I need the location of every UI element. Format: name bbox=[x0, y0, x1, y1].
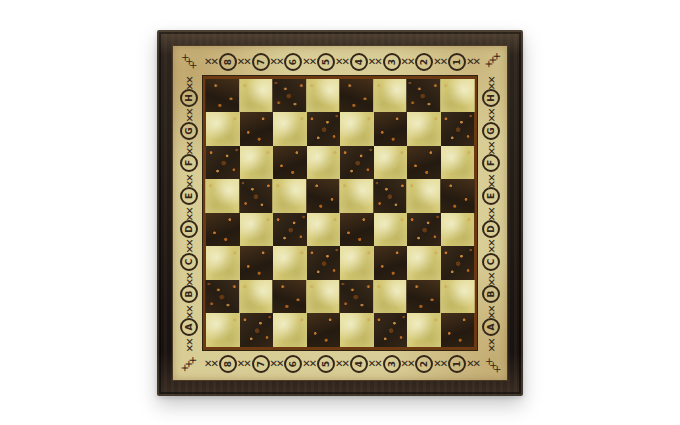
square-b8[interactable] bbox=[206, 280, 240, 314]
rank-label: 5 bbox=[317, 355, 335, 373]
knot-icon: ✕✕ bbox=[486, 75, 496, 88]
square-a7[interactable] bbox=[240, 313, 274, 347]
knot-icon: ✕✕ bbox=[466, 57, 481, 67]
rank-label: 8 bbox=[219, 53, 237, 71]
knot-icon: ✕✕ bbox=[302, 57, 317, 67]
file-label: B bbox=[482, 285, 500, 303]
square-h3[interactable] bbox=[374, 79, 408, 113]
square-h8[interactable] bbox=[206, 79, 240, 113]
rank-label: 6 bbox=[284, 355, 302, 373]
square-e2[interactable] bbox=[407, 179, 441, 213]
square-b2[interactable] bbox=[407, 280, 441, 314]
knot-icon: ✕✕ bbox=[270, 359, 285, 369]
photo-canvas: ✕✕✕ ✕✕✕ ✕✕✕ ✕✕✕ ✕✕8✕✕7✕✕6✕✕5✕✕4✕✕3✕✕2✕✕1… bbox=[0, 0, 680, 425]
knot-icon: ✕✕ bbox=[302, 359, 317, 369]
square-d7[interactable] bbox=[240, 213, 274, 247]
knot-icon: ✕✕ bbox=[184, 173, 194, 186]
square-d8[interactable] bbox=[206, 213, 240, 247]
square-c6[interactable] bbox=[273, 246, 307, 280]
inlay-border-band: ✕✕✕ ✕✕✕ ✕✕✕ ✕✕✕ ✕✕8✕✕7✕✕6✕✕5✕✕4✕✕3✕✕2✕✕1… bbox=[172, 45, 508, 381]
square-b6[interactable] bbox=[273, 280, 307, 314]
file-label: F bbox=[180, 154, 198, 172]
square-h4[interactable] bbox=[340, 79, 374, 113]
rank-labels-top: ✕✕8✕✕7✕✕6✕✕5✕✕4✕✕3✕✕2✕✕1✕✕ bbox=[203, 46, 477, 78]
square-a5[interactable] bbox=[307, 313, 341, 347]
file-label: G bbox=[180, 122, 198, 140]
knot-icon: ✕✕ bbox=[433, 57, 448, 67]
rank-label: 2 bbox=[415, 355, 433, 373]
knot-icon: ✕✕ bbox=[237, 359, 252, 369]
knot-icon: ✕✕ bbox=[401, 359, 416, 369]
rank-label: 3 bbox=[383, 355, 401, 373]
knot-icon: ✕✕ bbox=[486, 173, 496, 186]
square-a4[interactable] bbox=[340, 313, 374, 347]
knot-icon: ✕✕ bbox=[368, 359, 383, 369]
corner-knot-icon: ✕✕✕ bbox=[477, 350, 507, 380]
square-e1[interactable] bbox=[441, 179, 475, 213]
square-d3[interactable] bbox=[374, 213, 408, 247]
square-f5[interactable] bbox=[307, 146, 341, 180]
square-c2[interactable] bbox=[407, 246, 441, 280]
square-b7[interactable] bbox=[240, 280, 274, 314]
knot-icon: ✕✕ bbox=[401, 57, 416, 67]
rank-label: 2 bbox=[415, 53, 433, 71]
rank-label: 7 bbox=[252, 355, 270, 373]
square-d6[interactable] bbox=[273, 213, 307, 247]
file-label: H bbox=[180, 89, 198, 107]
square-d5[interactable] bbox=[307, 213, 341, 247]
square-g7[interactable] bbox=[240, 112, 274, 146]
rank-label: 8 bbox=[219, 355, 237, 373]
square-c3[interactable] bbox=[374, 246, 408, 280]
square-f2[interactable] bbox=[407, 146, 441, 180]
square-c8[interactable] bbox=[206, 246, 240, 280]
file-label: G bbox=[482, 122, 500, 140]
square-a2[interactable] bbox=[407, 313, 441, 347]
knot-icon: ✕✕ bbox=[237, 57, 252, 67]
square-f8[interactable] bbox=[206, 146, 240, 180]
knot-icon: ✕✕ bbox=[368, 57, 383, 67]
chess-board: ✕✕✕ ✕✕✕ ✕✕✕ ✕✕✕ ✕✕8✕✕7✕✕6✕✕5✕✕4✕✕3✕✕2✕✕1… bbox=[157, 30, 523, 396]
square-a1[interactable] bbox=[441, 313, 475, 347]
square-e7[interactable] bbox=[240, 179, 274, 213]
rank-label: 4 bbox=[350, 355, 368, 373]
rank-label: 1 bbox=[448, 355, 466, 373]
square-g1[interactable] bbox=[441, 112, 475, 146]
file-labels-right: ✕✕H✕✕G✕✕F✕✕E✕✕D✕✕C✕✕B✕✕A✕✕ bbox=[475, 76, 507, 350]
knot-icon: ✕✕ bbox=[335, 359, 350, 369]
file-label: F bbox=[482, 154, 500, 172]
file-label: D bbox=[180, 220, 198, 238]
square-d4[interactable] bbox=[340, 213, 374, 247]
square-b5[interactable] bbox=[307, 280, 341, 314]
knot-icon: ✕✕ bbox=[204, 359, 219, 369]
square-a6[interactable] bbox=[273, 313, 307, 347]
file-label: B bbox=[180, 285, 198, 303]
rank-label: 3 bbox=[383, 53, 401, 71]
square-b4[interactable] bbox=[340, 280, 374, 314]
knot-icon: ✕✕ bbox=[486, 108, 496, 121]
knot-icon: ✕✕ bbox=[184, 272, 194, 285]
rank-label: 1 bbox=[448, 53, 466, 71]
knot-icon: ✕✕ bbox=[486, 272, 496, 285]
rank-label: 7 bbox=[252, 53, 270, 71]
rank-labels-bottom: ✕✕8✕✕7✕✕6✕✕5✕✕4✕✕3✕✕2✕✕1✕✕ bbox=[203, 348, 477, 380]
knot-icon: ✕✕ bbox=[466, 359, 481, 369]
square-d1[interactable] bbox=[441, 213, 475, 247]
knot-icon: ✕✕ bbox=[204, 57, 219, 67]
file-label: C bbox=[180, 253, 198, 271]
square-g3[interactable] bbox=[374, 112, 408, 146]
square-f4[interactable] bbox=[340, 146, 374, 180]
corner-knot-icon: ✕✕✕ bbox=[477, 46, 507, 76]
file-label: E bbox=[180, 187, 198, 205]
square-e4[interactable] bbox=[340, 179, 374, 213]
knot-icon: ✕✕ bbox=[184, 304, 194, 317]
square-h5[interactable] bbox=[307, 79, 341, 113]
square-d2[interactable] bbox=[407, 213, 441, 247]
rank-label: 5 bbox=[317, 53, 335, 71]
square-h1[interactable] bbox=[441, 79, 475, 113]
square-g2[interactable] bbox=[407, 112, 441, 146]
square-h7[interactable] bbox=[240, 79, 274, 113]
knot-icon: ✕✕ bbox=[270, 57, 285, 67]
knot-icon: ✕✕ bbox=[486, 239, 496, 252]
square-c4[interactable] bbox=[340, 246, 374, 280]
corner-knot-icon: ✕✕✕ bbox=[173, 350, 203, 380]
square-b3[interactable] bbox=[374, 280, 408, 314]
square-a8[interactable] bbox=[206, 313, 240, 347]
square-b1[interactable] bbox=[441, 280, 475, 314]
square-c1[interactable] bbox=[441, 246, 475, 280]
knot-icon: ✕✕ bbox=[433, 359, 448, 369]
corner-knot-icon: ✕✕✕ bbox=[173, 46, 203, 76]
rank-label: 6 bbox=[284, 53, 302, 71]
square-c7[interactable] bbox=[240, 246, 274, 280]
square-f1[interactable] bbox=[441, 146, 475, 180]
square-a3[interactable] bbox=[374, 313, 408, 347]
square-f3[interactable] bbox=[374, 146, 408, 180]
knot-icon: ✕✕ bbox=[486, 337, 496, 350]
knot-icon: ✕✕ bbox=[486, 141, 496, 154]
square-e8[interactable] bbox=[206, 179, 240, 213]
square-h2[interactable] bbox=[407, 79, 441, 113]
knot-icon: ✕✕ bbox=[184, 75, 194, 88]
square-g5[interactable] bbox=[307, 112, 341, 146]
file-label: D bbox=[482, 220, 500, 238]
rank-label: 4 bbox=[350, 53, 368, 71]
square-h6[interactable] bbox=[273, 79, 307, 113]
file-label: A bbox=[482, 318, 500, 336]
knot-icon: ✕✕ bbox=[184, 206, 194, 219]
square-e3[interactable] bbox=[374, 179, 408, 213]
knot-icon: ✕✕ bbox=[184, 337, 194, 350]
knot-icon: ✕✕ bbox=[184, 108, 194, 121]
square-f6[interactable] bbox=[273, 146, 307, 180]
knot-icon: ✕✕ bbox=[486, 304, 496, 317]
board-grid bbox=[203, 76, 477, 350]
knot-icon: ✕✕ bbox=[335, 57, 350, 67]
knot-icon: ✕✕ bbox=[486, 206, 496, 219]
file-label: H bbox=[482, 89, 500, 107]
knot-icon: ✕✕ bbox=[184, 141, 194, 154]
file-label: A bbox=[180, 318, 198, 336]
file-labels-left: ✕✕H✕✕G✕✕F✕✕E✕✕D✕✕C✕✕B✕✕A✕✕ bbox=[173, 76, 205, 350]
square-g4[interactable] bbox=[340, 112, 374, 146]
square-g6[interactable] bbox=[273, 112, 307, 146]
square-e5[interactable] bbox=[307, 179, 341, 213]
square-c5[interactable] bbox=[307, 246, 341, 280]
file-label: E bbox=[482, 187, 500, 205]
knot-icon: ✕✕ bbox=[184, 239, 194, 252]
file-label: C bbox=[482, 253, 500, 271]
square-f7[interactable] bbox=[240, 146, 274, 180]
square-e6[interactable] bbox=[273, 179, 307, 213]
square-g8[interactable] bbox=[206, 112, 240, 146]
